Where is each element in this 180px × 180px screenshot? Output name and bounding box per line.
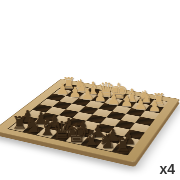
square-h8 (112, 144, 134, 155)
quantity-badge: x4 (159, 161, 175, 177)
product-photo-chess-set[interactable]: ♜♞♝♛♚♝♞♜♟♟♟♟♟♟♟♟♟♟♟♟♟♟♟♟♜♞♝♛♚♝♞♜ x4 (0, 0, 180, 180)
